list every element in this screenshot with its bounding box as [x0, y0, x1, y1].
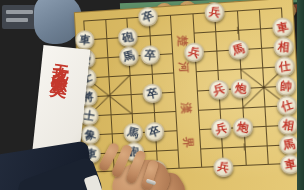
piece-red-兵[interactable]: 兵 — [208, 79, 229, 99]
piece-black-車[interactable]: 車 — [74, 29, 94, 49]
piece-red-相[interactable]: 相 — [278, 114, 299, 135]
grid-cell — [170, 13, 193, 34]
grid-cell — [178, 148, 201, 168]
river-label: 河 — [175, 62, 191, 74]
piece-red-兵[interactable]: 兵 — [204, 2, 225, 23]
piece-red-兵[interactable]: 兵 — [212, 157, 233, 177]
grid-cell — [173, 71, 196, 92]
mat-right-edge — [297, 0, 304, 190]
piece-red-仕[interactable]: 仕 — [276, 95, 297, 116]
piece-red-仕[interactable]: 仕 — [274, 56, 295, 77]
piece-red-兵[interactable]: 兵 — [210, 118, 231, 138]
star-point — [240, 143, 248, 151]
piece-red-相[interactable]: 相 — [273, 36, 294, 57]
piece-black-砲[interactable]: 砲 — [117, 27, 137, 47]
piece-red-車[interactable]: 車 — [272, 17, 293, 38]
star-point — [234, 26, 242, 34]
watermark — [2, 5, 38, 29]
star-point — [212, 47, 220, 55]
banner-text: 无敌多么寂寞 — [51, 50, 76, 71]
video-frame: 兵相炮卒馬兵 楚河漢界 卒車砲象馬卒士將卒士象馬卒車砲卒兵車兵馬相仕炮兵帥仕炮兵… — [0, 0, 304, 190]
piece-black-馬[interactable]: 馬 — [118, 46, 138, 66]
piece-red-帥[interactable]: 帥 — [275, 75, 296, 96]
river-label: 漢 — [178, 102, 194, 114]
river-label: 界 — [180, 137, 196, 149]
piece-black-馬[interactable]: 馬 — [123, 122, 143, 142]
